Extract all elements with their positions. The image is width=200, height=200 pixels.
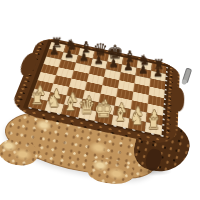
piece-black-pawn[interactable]: ♟ <box>123 61 133 72</box>
piece-white-king[interactable]: ♚ <box>94 99 113 120</box>
chess-case-top: ♜♞♝♛♚♝♞♜♟♟♟♟♟♟♟♟♟♟♟♟♟♟♟♟♜♞♝♛♚♝♞♜ <box>9 36 180 148</box>
piece-white-queen[interactable]: ♛ <box>78 98 95 117</box>
piece-white-bishop[interactable]: ♝ <box>113 107 128 124</box>
piece-black-pawn[interactable]: ♟ <box>138 64 148 75</box>
piece-white-rook[interactable]: ♜ <box>30 91 43 106</box>
piece-white-knight[interactable]: ♞ <box>130 112 144 128</box>
piece-black-pawn[interactable]: ♟ <box>153 67 163 78</box>
piece-white-bishop[interactable]: ♝ <box>63 96 78 113</box>
chess-board-grid: ♜♞♝♛♚♝♞♜♟♟♟♟♟♟♟♟♟♟♟♟♟♟♟♟♜♞♝♛♚♝♞♜ <box>28 42 167 135</box>
piece-white-rook[interactable]: ♜ <box>147 116 160 131</box>
piece-black-pawn[interactable]: ♟ <box>94 54 104 65</box>
piece-black-pawn[interactable]: ♟ <box>49 45 59 56</box>
board-rotation-wrapper: ♜♞♝♛♚♝♞♜♟♟♟♟♟♟♟♟♟♟♟♟♟♟♟♟♜♞♝♛♚♝♞♜ <box>0 0 200 200</box>
piece-black-pawn[interactable]: ♟ <box>79 51 89 62</box>
piece-black-pawn[interactable]: ♟ <box>64 48 74 59</box>
piece-black-pawn[interactable]: ♟ <box>108 57 118 68</box>
piece-white-knight[interactable]: ♞ <box>46 94 60 110</box>
product-photo-stage: ♜♞♝♛♚♝♞♜♟♟♟♟♟♟♟♟♟♟♟♟♟♟♟♟♜♞♝♛♚♝♞♜ <box>0 0 200 200</box>
board-3d-tilt: ♜♞♝♛♚♝♞♜♟♟♟♟♟♟♟♟♟♟♟♟♟♟♟♟♜♞♝♛♚♝♞♜ <box>9 36 180 148</box>
